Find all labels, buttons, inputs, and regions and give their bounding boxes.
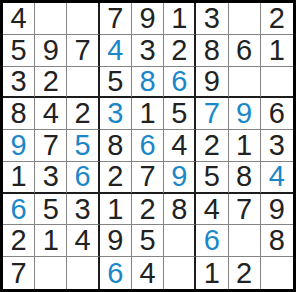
- cell-r2c4[interactable]: 4: [100, 35, 132, 67]
- given-digit: 4: [11, 4, 27, 33]
- cell-r6c8[interactable]: 8: [229, 162, 261, 194]
- cell-r6c5[interactable]: 7: [132, 162, 164, 194]
- given-digit: 2: [11, 226, 27, 255]
- cell-r2c6[interactable]: 2: [164, 35, 196, 67]
- given-digit: 8: [171, 195, 187, 224]
- cell-r9c2[interactable]: [35, 257, 67, 289]
- cell-r8c8[interactable]: [229, 225, 261, 257]
- given-digit: 5: [43, 195, 59, 224]
- entered-digit: 3: [107, 99, 123, 128]
- cell-r4c4[interactable]: 3: [100, 98, 132, 130]
- given-digit: 4: [74, 226, 90, 255]
- cell-r4c5[interactable]: 1: [132, 98, 164, 130]
- cell-r6c7[interactable]: 5: [196, 162, 228, 194]
- entered-digit: 8: [139, 67, 155, 96]
- cell-r6c9[interactable]: 4: [261, 162, 293, 194]
- cell-r3c5[interactable]: 8: [132, 67, 164, 99]
- cell-r5c8[interactable]: 1: [229, 130, 261, 162]
- cell-r8c5[interactable]: 5: [132, 225, 164, 257]
- given-digit: 2: [171, 36, 187, 65]
- given-digit: 1: [171, 4, 187, 33]
- given-digit: 5: [171, 99, 187, 128]
- entered-digit: 4: [269, 162, 285, 191]
- given-digit: 1: [11, 162, 27, 191]
- given-digit: 4: [139, 259, 155, 288]
- given-digit: 9: [269, 195, 285, 224]
- cell-r9c5[interactable]: 4: [132, 257, 164, 289]
- given-digit: 8: [107, 131, 123, 160]
- given-digit: 8: [269, 226, 285, 255]
- given-digit: 3: [74, 195, 90, 224]
- cell-r4c9[interactable]: 6: [261, 98, 293, 130]
- cell-r8c7[interactable]: 6: [196, 225, 228, 257]
- given-digit: 5: [11, 36, 27, 65]
- cell-r3c8[interactable]: [229, 67, 261, 99]
- given-digit: 9: [139, 4, 155, 33]
- given-digit: 1: [139, 99, 155, 128]
- cell-r3c3[interactable]: [67, 67, 99, 99]
- cell-r5c5[interactable]: 6: [132, 130, 164, 162]
- given-digit: 7: [139, 162, 155, 191]
- cell-r1c3[interactable]: [67, 3, 99, 35]
- cell-r9c7[interactable]: 1: [196, 257, 228, 289]
- cell-r3c2[interactable]: 2: [35, 67, 67, 99]
- given-digit: 7: [74, 36, 90, 65]
- cell-r5c6[interactable]: 4: [164, 130, 196, 162]
- entered-digit: 6: [107, 259, 123, 288]
- cell-r2c2[interactable]: 9: [35, 35, 67, 67]
- sudoku-board: 4791325974328613258698423157969758642131…: [0, 0, 296, 292]
- cell-r6c6[interactable]: 9: [164, 162, 196, 194]
- cell-r9c6[interactable]: [164, 257, 196, 289]
- cell-r1c6[interactable]: 1: [164, 3, 196, 35]
- given-digit: 7: [107, 4, 123, 33]
- cell-r8c6[interactable]: [164, 225, 196, 257]
- cell-r1c4[interactable]: 7: [100, 3, 132, 35]
- given-digit: 7: [236, 195, 252, 224]
- given-digit: 1: [43, 226, 59, 255]
- given-digit: 2: [43, 67, 59, 96]
- given-digit: 2: [74, 99, 90, 128]
- given-digit: 2: [269, 4, 285, 33]
- given-digit: 3: [43, 162, 59, 191]
- given-digit: 7: [11, 259, 27, 288]
- given-digit: 5: [139, 226, 155, 255]
- cell-r7c9[interactable]: 9: [261, 194, 293, 226]
- cell-r2c9[interactable]: 1: [261, 35, 293, 67]
- entered-digit: 6: [171, 67, 187, 96]
- given-digit: 7: [43, 131, 59, 160]
- cell-r2c1[interactable]: 5: [3, 35, 35, 67]
- cell-r6c3[interactable]: 6: [67, 162, 99, 194]
- cell-r7c5[interactable]: 2: [132, 194, 164, 226]
- cell-r5c7[interactable]: 2: [196, 130, 228, 162]
- given-digit: 2: [204, 131, 220, 160]
- given-digit: 3: [11, 67, 27, 96]
- entered-digit: 9: [171, 162, 187, 191]
- given-digit: 4: [43, 99, 59, 128]
- given-digit: 5: [107, 67, 123, 96]
- cell-r8c3[interactable]: 4: [67, 225, 99, 257]
- given-digit: 6: [236, 36, 252, 65]
- cell-r1c8[interactable]: [229, 3, 261, 35]
- cell-r4c7[interactable]: 7: [196, 98, 228, 130]
- entered-digit: 9: [11, 131, 27, 160]
- entered-digit: 4: [107, 36, 123, 65]
- cell-r3c7[interactable]: 9: [196, 67, 228, 99]
- cell-r7c6[interactable]: 8: [164, 194, 196, 226]
- cell-r9c4[interactable]: 6: [100, 257, 132, 289]
- given-digit: 8: [11, 99, 27, 128]
- cell-r5c3[interactable]: 5: [67, 130, 99, 162]
- given-digit: 2: [139, 195, 155, 224]
- given-digit: 1: [269, 36, 285, 65]
- cell-r7c8[interactable]: 7: [229, 194, 261, 226]
- given-digit: 8: [236, 162, 252, 191]
- cell-r5c1[interactable]: 9: [3, 130, 35, 162]
- given-digit: 9: [107, 226, 123, 255]
- cell-r8c9[interactable]: 8: [261, 225, 293, 257]
- cell-r1c2[interactable]: [35, 3, 67, 35]
- cell-r5c2[interactable]: 7: [35, 130, 67, 162]
- given-digit: 8: [204, 36, 220, 65]
- entered-digit: 6: [139, 131, 155, 160]
- given-digit: 6: [269, 99, 285, 128]
- given-digit: 4: [171, 131, 187, 160]
- cell-r2c5[interactable]: 3: [132, 35, 164, 67]
- cell-r7c7[interactable]: 4: [196, 194, 228, 226]
- cell-r9c8[interactable]: 2: [229, 257, 261, 289]
- entered-digit: 7: [204, 99, 220, 128]
- cell-r4c8[interactable]: 9: [229, 98, 261, 130]
- given-digit: 1: [107, 195, 123, 224]
- entered-digit: 9: [236, 99, 252, 128]
- given-digit: 9: [204, 67, 220, 96]
- cell-r4c3[interactable]: 2: [67, 98, 99, 130]
- cell-r5c9[interactable]: 3: [261, 130, 293, 162]
- cell-r7c4[interactable]: 1: [100, 194, 132, 226]
- given-digit: 2: [236, 259, 252, 288]
- cell-r9c3[interactable]: [67, 257, 99, 289]
- cell-r4c2[interactable]: 4: [35, 98, 67, 130]
- cell-r9c9[interactable]: [261, 257, 293, 289]
- cell-r3c9[interactable]: [261, 67, 293, 99]
- cell-r6c2[interactable]: 3: [35, 162, 67, 194]
- given-digit: 1: [236, 131, 252, 160]
- cell-r9c1[interactable]: 7: [3, 257, 35, 289]
- cell-r2c7[interactable]: 8: [196, 35, 228, 67]
- cell-r2c3[interactable]: 7: [67, 35, 99, 67]
- cell-r5c4[interactable]: 8: [100, 130, 132, 162]
- given-digit: 9: [43, 36, 59, 65]
- cell-r4c1[interactable]: 8: [3, 98, 35, 130]
- cell-r3c6[interactable]: 6: [164, 67, 196, 99]
- given-digit: 2: [107, 162, 123, 191]
- cell-r8c4[interactable]: 9: [100, 225, 132, 257]
- given-digit: 1: [204, 259, 220, 288]
- cell-r4c6[interactable]: 5: [164, 98, 196, 130]
- cell-r1c5[interactable]: 9: [132, 3, 164, 35]
- entered-digit: 6: [11, 195, 27, 224]
- cell-r3c1[interactable]: 3: [3, 67, 35, 99]
- cell-r6c4[interactable]: 2: [100, 162, 132, 194]
- cell-r8c2[interactable]: 1: [35, 225, 67, 257]
- cell-r7c1[interactable]: 6: [3, 194, 35, 226]
- entered-digit: 6: [204, 226, 220, 255]
- cell-r6c1[interactable]: 1: [3, 162, 35, 194]
- given-digit: 3: [139, 36, 155, 65]
- cell-r1c9[interactable]: 2: [261, 3, 293, 35]
- given-digit: 5: [204, 162, 220, 191]
- cell-r7c2[interactable]: 5: [35, 194, 67, 226]
- cell-r1c1[interactable]: 4: [3, 3, 35, 35]
- given-digit: 4: [204, 195, 220, 224]
- cell-r1c7[interactable]: 3: [196, 3, 228, 35]
- cell-r7c3[interactable]: 3: [67, 194, 99, 226]
- cell-r8c1[interactable]: 2: [3, 225, 35, 257]
- cell-r2c8[interactable]: 6: [229, 35, 261, 67]
- cell-r3c4[interactable]: 5: [100, 67, 132, 99]
- entered-digit: 5: [74, 131, 90, 160]
- entered-digit: 6: [74, 162, 90, 191]
- given-digit: 3: [269, 131, 285, 160]
- given-digit: 3: [204, 4, 220, 33]
